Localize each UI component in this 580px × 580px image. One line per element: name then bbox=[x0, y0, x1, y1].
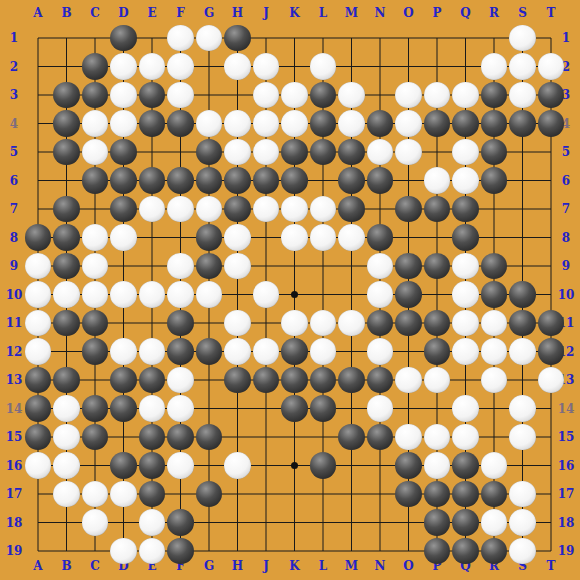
board-point-S2[interactable] bbox=[508, 52, 537, 81]
board-point-B13[interactable] bbox=[52, 366, 81, 395]
board-point-D9[interactable] bbox=[109, 252, 138, 281]
board-point-Q11[interactable] bbox=[451, 309, 480, 338]
board-point-Q2[interactable] bbox=[451, 52, 480, 81]
board-point-R19[interactable] bbox=[480, 537, 509, 566]
board-point-D1[interactable] bbox=[109, 24, 138, 53]
board-point-A2[interactable] bbox=[24, 52, 53, 81]
board-point-B6[interactable] bbox=[52, 166, 81, 195]
board-point-A9[interactable] bbox=[24, 252, 53, 281]
board-point-O8[interactable] bbox=[394, 223, 423, 252]
board-point-D8[interactable] bbox=[109, 223, 138, 252]
board-point-S1[interactable] bbox=[508, 24, 537, 53]
board-point-B18[interactable] bbox=[52, 508, 81, 537]
board-point-L6[interactable] bbox=[309, 166, 338, 195]
board-point-N2[interactable] bbox=[366, 52, 395, 81]
board-point-G14[interactable] bbox=[195, 394, 224, 423]
board-point-R4[interactable] bbox=[480, 109, 509, 138]
board-point-J15[interactable] bbox=[252, 423, 281, 452]
board-point-A13[interactable] bbox=[24, 366, 53, 395]
board-point-A4[interactable] bbox=[24, 109, 53, 138]
board-point-D4[interactable] bbox=[109, 109, 138, 138]
board-point-E17[interactable] bbox=[138, 480, 167, 509]
board-point-M2[interactable] bbox=[337, 52, 366, 81]
board-point-O1[interactable] bbox=[394, 24, 423, 53]
board-point-B15[interactable] bbox=[52, 423, 81, 452]
board-point-T12[interactable] bbox=[537, 337, 566, 366]
board-point-Q4[interactable] bbox=[451, 109, 480, 138]
board-point-D7[interactable] bbox=[109, 195, 138, 224]
board-point-C12[interactable] bbox=[81, 337, 110, 366]
board-point-G16[interactable] bbox=[195, 451, 224, 480]
board-point-C18[interactable] bbox=[81, 508, 110, 537]
board-point-H13[interactable] bbox=[223, 366, 252, 395]
board-point-O4[interactable] bbox=[394, 109, 423, 138]
board-point-H17[interactable] bbox=[223, 480, 252, 509]
board-point-Q1[interactable] bbox=[451, 24, 480, 53]
board-point-T19[interactable] bbox=[537, 537, 566, 566]
board-point-H2[interactable] bbox=[223, 52, 252, 81]
board-point-N1[interactable] bbox=[366, 24, 395, 53]
board-point-C2[interactable] bbox=[81, 52, 110, 81]
board-point-K19[interactable] bbox=[280, 537, 309, 566]
board-point-E5[interactable] bbox=[138, 138, 167, 167]
board-point-B14[interactable] bbox=[52, 394, 81, 423]
board-point-B17[interactable] bbox=[52, 480, 81, 509]
board-point-Q13[interactable] bbox=[451, 366, 480, 395]
board-point-A15[interactable] bbox=[24, 423, 53, 452]
board-point-C7[interactable] bbox=[81, 195, 110, 224]
board-point-R5[interactable] bbox=[480, 138, 509, 167]
board-point-Q19[interactable] bbox=[451, 537, 480, 566]
board-point-M6[interactable] bbox=[337, 166, 366, 195]
board-point-P15[interactable] bbox=[423, 423, 452, 452]
board-point-R2[interactable] bbox=[480, 52, 509, 81]
board-point-D5[interactable] bbox=[109, 138, 138, 167]
board-point-N6[interactable] bbox=[366, 166, 395, 195]
board-point-G17[interactable] bbox=[195, 480, 224, 509]
board-point-H14[interactable] bbox=[223, 394, 252, 423]
board-point-A10[interactable] bbox=[24, 280, 53, 309]
board-point-C3[interactable] bbox=[81, 81, 110, 110]
board-point-E3[interactable] bbox=[138, 81, 167, 110]
board-point-H16[interactable] bbox=[223, 451, 252, 480]
board-point-T7[interactable] bbox=[537, 195, 566, 224]
board-point-M17[interactable] bbox=[337, 480, 366, 509]
board-point-B3[interactable] bbox=[52, 81, 81, 110]
board-point-R9[interactable] bbox=[480, 252, 509, 281]
board-point-J8[interactable] bbox=[252, 223, 281, 252]
board-point-E6[interactable] bbox=[138, 166, 167, 195]
board-point-R11[interactable] bbox=[480, 309, 509, 338]
board-point-C15[interactable] bbox=[81, 423, 110, 452]
board-point-A8[interactable] bbox=[24, 223, 53, 252]
board-point-M15[interactable] bbox=[337, 423, 366, 452]
board-point-S16[interactable] bbox=[508, 451, 537, 480]
board-point-F11[interactable] bbox=[166, 309, 195, 338]
board-point-G18[interactable] bbox=[195, 508, 224, 537]
board-point-S15[interactable] bbox=[508, 423, 537, 452]
board-point-D13[interactable] bbox=[109, 366, 138, 395]
board-point-T9[interactable] bbox=[537, 252, 566, 281]
board-point-Q6[interactable] bbox=[451, 166, 480, 195]
board-point-E18[interactable] bbox=[138, 508, 167, 537]
board-point-E12[interactable] bbox=[138, 337, 167, 366]
board-point-M10[interactable] bbox=[337, 280, 366, 309]
board-point-H10[interactable] bbox=[223, 280, 252, 309]
board-point-O2[interactable] bbox=[394, 52, 423, 81]
board-point-A12[interactable] bbox=[24, 337, 53, 366]
board-point-R10[interactable] bbox=[480, 280, 509, 309]
board-point-K8[interactable] bbox=[280, 223, 309, 252]
board-point-L18[interactable] bbox=[309, 508, 338, 537]
board-point-K3[interactable] bbox=[280, 81, 309, 110]
board-point-O15[interactable] bbox=[394, 423, 423, 452]
board-point-F16[interactable] bbox=[166, 451, 195, 480]
board-point-R17[interactable] bbox=[480, 480, 509, 509]
board-point-C6[interactable] bbox=[81, 166, 110, 195]
board-point-C4[interactable] bbox=[81, 109, 110, 138]
board-point-B19[interactable] bbox=[52, 537, 81, 566]
board-point-E9[interactable] bbox=[138, 252, 167, 281]
board-point-P5[interactable] bbox=[423, 138, 452, 167]
board-point-F6[interactable] bbox=[166, 166, 195, 195]
board-point-S4[interactable] bbox=[508, 109, 537, 138]
board-point-L7[interactable] bbox=[309, 195, 338, 224]
board-point-N15[interactable] bbox=[366, 423, 395, 452]
board-point-G15[interactable] bbox=[195, 423, 224, 452]
board-point-Q14[interactable] bbox=[451, 394, 480, 423]
board-point-B16[interactable] bbox=[52, 451, 81, 480]
board-point-D16[interactable] bbox=[109, 451, 138, 480]
board-point-F1[interactable] bbox=[166, 24, 195, 53]
board-point-E8[interactable] bbox=[138, 223, 167, 252]
board-point-R15[interactable] bbox=[480, 423, 509, 452]
board-point-F18[interactable] bbox=[166, 508, 195, 537]
board-point-A1[interactable] bbox=[24, 24, 53, 53]
board-point-J9[interactable] bbox=[252, 252, 281, 281]
board-point-N9[interactable] bbox=[366, 252, 395, 281]
board-point-Q15[interactable] bbox=[451, 423, 480, 452]
board-point-A6[interactable] bbox=[24, 166, 53, 195]
board-point-J11[interactable] bbox=[252, 309, 281, 338]
board-point-S18[interactable] bbox=[508, 508, 537, 537]
board-point-T2[interactable] bbox=[537, 52, 566, 81]
board-point-L9[interactable] bbox=[309, 252, 338, 281]
board-point-P8[interactable] bbox=[423, 223, 452, 252]
board-point-G5[interactable] bbox=[195, 138, 224, 167]
board-point-L11[interactable] bbox=[309, 309, 338, 338]
board-point-P17[interactable] bbox=[423, 480, 452, 509]
board-point-G2[interactable] bbox=[195, 52, 224, 81]
board-point-C13[interactable] bbox=[81, 366, 110, 395]
board-point-T8[interactable] bbox=[537, 223, 566, 252]
board-point-P16[interactable] bbox=[423, 451, 452, 480]
board-point-Q16[interactable] bbox=[451, 451, 480, 480]
board-point-N13[interactable] bbox=[366, 366, 395, 395]
board-point-D19[interactable] bbox=[109, 537, 138, 566]
board-point-N17[interactable] bbox=[366, 480, 395, 509]
board-point-O3[interactable] bbox=[394, 81, 423, 110]
board-point-L8[interactable] bbox=[309, 223, 338, 252]
board-point-J13[interactable] bbox=[252, 366, 281, 395]
board-point-S13[interactable] bbox=[508, 366, 537, 395]
board-point-O9[interactable] bbox=[394, 252, 423, 281]
board-point-H9[interactable] bbox=[223, 252, 252, 281]
board-point-J6[interactable] bbox=[252, 166, 281, 195]
board-point-K10[interactable] bbox=[280, 280, 309, 309]
board-point-F8[interactable] bbox=[166, 223, 195, 252]
board-point-K17[interactable] bbox=[280, 480, 309, 509]
board-point-G3[interactable] bbox=[195, 81, 224, 110]
board-point-H12[interactable] bbox=[223, 337, 252, 366]
board-point-T15[interactable] bbox=[537, 423, 566, 452]
board-point-O13[interactable] bbox=[394, 366, 423, 395]
board-point-N12[interactable] bbox=[366, 337, 395, 366]
board-point-S9[interactable] bbox=[508, 252, 537, 281]
board-point-A7[interactable] bbox=[24, 195, 53, 224]
board-point-G4[interactable] bbox=[195, 109, 224, 138]
board-point-S11[interactable] bbox=[508, 309, 537, 338]
board-point-O18[interactable] bbox=[394, 508, 423, 537]
board-point-T10[interactable] bbox=[537, 280, 566, 309]
board-point-T11[interactable] bbox=[537, 309, 566, 338]
board-point-K1[interactable] bbox=[280, 24, 309, 53]
board-point-K13[interactable] bbox=[280, 366, 309, 395]
board-point-L15[interactable] bbox=[309, 423, 338, 452]
board-point-T16[interactable] bbox=[537, 451, 566, 480]
board-point-G7[interactable] bbox=[195, 195, 224, 224]
board-point-J19[interactable] bbox=[252, 537, 281, 566]
board-point-A11[interactable] bbox=[24, 309, 53, 338]
board-point-N3[interactable] bbox=[366, 81, 395, 110]
board-point-J7[interactable] bbox=[252, 195, 281, 224]
board-point-E10[interactable] bbox=[138, 280, 167, 309]
board-point-P13[interactable] bbox=[423, 366, 452, 395]
board-point-R16[interactable] bbox=[480, 451, 509, 480]
board-point-R7[interactable] bbox=[480, 195, 509, 224]
board-point-D14[interactable] bbox=[109, 394, 138, 423]
board-point-Q9[interactable] bbox=[451, 252, 480, 281]
board-point-R3[interactable] bbox=[480, 81, 509, 110]
board-point-J12[interactable] bbox=[252, 337, 281, 366]
board-point-K7[interactable] bbox=[280, 195, 309, 224]
board-point-C16[interactable] bbox=[81, 451, 110, 480]
board-point-N14[interactable] bbox=[366, 394, 395, 423]
board-point-F10[interactable] bbox=[166, 280, 195, 309]
board-point-P19[interactable] bbox=[423, 537, 452, 566]
board-point-N5[interactable] bbox=[366, 138, 395, 167]
board-point-K4[interactable] bbox=[280, 109, 309, 138]
board-point-B11[interactable] bbox=[52, 309, 81, 338]
board-point-L10[interactable] bbox=[309, 280, 338, 309]
board-point-N19[interactable] bbox=[366, 537, 395, 566]
board-point-O14[interactable] bbox=[394, 394, 423, 423]
board-point-C14[interactable] bbox=[81, 394, 110, 423]
board-point-E1[interactable] bbox=[138, 24, 167, 53]
board-point-P2[interactable] bbox=[423, 52, 452, 81]
board-point-P14[interactable] bbox=[423, 394, 452, 423]
board-point-B9[interactable] bbox=[52, 252, 81, 281]
board-point-J14[interactable] bbox=[252, 394, 281, 423]
board-point-N11[interactable] bbox=[366, 309, 395, 338]
board-point-P7[interactable] bbox=[423, 195, 452, 224]
board-point-M5[interactable] bbox=[337, 138, 366, 167]
board-point-P4[interactable] bbox=[423, 109, 452, 138]
board-point-F3[interactable] bbox=[166, 81, 195, 110]
board-point-D2[interactable] bbox=[109, 52, 138, 81]
board-point-M18[interactable] bbox=[337, 508, 366, 537]
board-point-A19[interactable] bbox=[24, 537, 53, 566]
board-point-H8[interactable] bbox=[223, 223, 252, 252]
board-point-G6[interactable] bbox=[195, 166, 224, 195]
board-point-Q3[interactable] bbox=[451, 81, 480, 110]
board-point-F19[interactable] bbox=[166, 537, 195, 566]
board-point-R1[interactable] bbox=[480, 24, 509, 53]
board-point-Q7[interactable] bbox=[451, 195, 480, 224]
board-point-O5[interactable] bbox=[394, 138, 423, 167]
board-point-E14[interactable] bbox=[138, 394, 167, 423]
board-point-H3[interactable] bbox=[223, 81, 252, 110]
board-point-P18[interactable] bbox=[423, 508, 452, 537]
board-point-Q17[interactable] bbox=[451, 480, 480, 509]
board-point-L1[interactable] bbox=[309, 24, 338, 53]
board-point-P9[interactable] bbox=[423, 252, 452, 281]
board-point-G12[interactable] bbox=[195, 337, 224, 366]
board-point-N10[interactable] bbox=[366, 280, 395, 309]
board-point-H5[interactable] bbox=[223, 138, 252, 167]
board-point-P12[interactable] bbox=[423, 337, 452, 366]
board-point-T18[interactable] bbox=[537, 508, 566, 537]
board-point-S17[interactable] bbox=[508, 480, 537, 509]
board-point-F17[interactable] bbox=[166, 480, 195, 509]
board-point-D10[interactable] bbox=[109, 280, 138, 309]
board-point-D6[interactable] bbox=[109, 166, 138, 195]
board-point-C5[interactable] bbox=[81, 138, 110, 167]
board-point-F13[interactable] bbox=[166, 366, 195, 395]
board-point-K18[interactable] bbox=[280, 508, 309, 537]
board-point-A5[interactable] bbox=[24, 138, 53, 167]
board-point-J4[interactable] bbox=[252, 109, 281, 138]
board-point-T5[interactable] bbox=[537, 138, 566, 167]
board-point-P6[interactable] bbox=[423, 166, 452, 195]
board-point-M4[interactable] bbox=[337, 109, 366, 138]
board-point-O10[interactable] bbox=[394, 280, 423, 309]
board-point-C17[interactable] bbox=[81, 480, 110, 509]
board-point-F7[interactable] bbox=[166, 195, 195, 224]
board-point-B10[interactable] bbox=[52, 280, 81, 309]
board-point-L3[interactable] bbox=[309, 81, 338, 110]
board-point-T3[interactable] bbox=[537, 81, 566, 110]
board-point-L19[interactable] bbox=[309, 537, 338, 566]
board-point-K11[interactable] bbox=[280, 309, 309, 338]
board-point-S8[interactable] bbox=[508, 223, 537, 252]
board-point-R12[interactable] bbox=[480, 337, 509, 366]
board-point-S12[interactable] bbox=[508, 337, 537, 366]
board-point-L12[interactable] bbox=[309, 337, 338, 366]
board-point-K14[interactable] bbox=[280, 394, 309, 423]
board-point-C8[interactable] bbox=[81, 223, 110, 252]
board-point-D12[interactable] bbox=[109, 337, 138, 366]
board-point-C10[interactable] bbox=[81, 280, 110, 309]
board-point-H1[interactable] bbox=[223, 24, 252, 53]
board-point-Q5[interactable] bbox=[451, 138, 480, 167]
board-point-N16[interactable] bbox=[366, 451, 395, 480]
board-point-H18[interactable] bbox=[223, 508, 252, 537]
board-point-L4[interactable] bbox=[309, 109, 338, 138]
board-point-S10[interactable] bbox=[508, 280, 537, 309]
board-point-Q8[interactable] bbox=[451, 223, 480, 252]
board-point-A18[interactable] bbox=[24, 508, 53, 537]
board-point-L16[interactable] bbox=[309, 451, 338, 480]
board-point-F12[interactable] bbox=[166, 337, 195, 366]
board-point-B5[interactable] bbox=[52, 138, 81, 167]
board-point-K6[interactable] bbox=[280, 166, 309, 195]
board-point-M9[interactable] bbox=[337, 252, 366, 281]
board-point-G11[interactable] bbox=[195, 309, 224, 338]
board-point-O12[interactable] bbox=[394, 337, 423, 366]
board-point-S6[interactable] bbox=[508, 166, 537, 195]
board-point-F2[interactable] bbox=[166, 52, 195, 81]
board-point-M16[interactable] bbox=[337, 451, 366, 480]
board-point-R8[interactable] bbox=[480, 223, 509, 252]
board-point-B12[interactable] bbox=[52, 337, 81, 366]
board-point-G1[interactable] bbox=[195, 24, 224, 53]
board-point-K5[interactable] bbox=[280, 138, 309, 167]
board-point-P1[interactable] bbox=[423, 24, 452, 53]
board-point-O11[interactable] bbox=[394, 309, 423, 338]
board-point-N8[interactable] bbox=[366, 223, 395, 252]
board-point-R14[interactable] bbox=[480, 394, 509, 423]
board-point-B4[interactable] bbox=[52, 109, 81, 138]
board-point-M11[interactable] bbox=[337, 309, 366, 338]
board-point-H15[interactable] bbox=[223, 423, 252, 452]
board-point-M7[interactable] bbox=[337, 195, 366, 224]
board-point-B7[interactable] bbox=[52, 195, 81, 224]
board-point-T14[interactable] bbox=[537, 394, 566, 423]
board-point-Q12[interactable] bbox=[451, 337, 480, 366]
board-point-H4[interactable] bbox=[223, 109, 252, 138]
board-point-S14[interactable] bbox=[508, 394, 537, 423]
board-point-J17[interactable] bbox=[252, 480, 281, 509]
board-point-O16[interactable] bbox=[394, 451, 423, 480]
board-point-S5[interactable] bbox=[508, 138, 537, 167]
board-point-M3[interactable] bbox=[337, 81, 366, 110]
board-point-O7[interactable] bbox=[394, 195, 423, 224]
board-point-T1[interactable] bbox=[537, 24, 566, 53]
board-point-E19[interactable] bbox=[138, 537, 167, 566]
board-point-C1[interactable] bbox=[81, 24, 110, 53]
board-point-E15[interactable] bbox=[138, 423, 167, 452]
board-point-M12[interactable] bbox=[337, 337, 366, 366]
board-point-J1[interactable] bbox=[252, 24, 281, 53]
board-point-E7[interactable] bbox=[138, 195, 167, 224]
board-point-S7[interactable] bbox=[508, 195, 537, 224]
board-point-L13[interactable] bbox=[309, 366, 338, 395]
board-point-D18[interactable] bbox=[109, 508, 138, 537]
board-point-E16[interactable] bbox=[138, 451, 167, 480]
board-point-S3[interactable] bbox=[508, 81, 537, 110]
board-point-O19[interactable] bbox=[394, 537, 423, 566]
board-point-D15[interactable] bbox=[109, 423, 138, 452]
board-point-G13[interactable] bbox=[195, 366, 224, 395]
board-point-L17[interactable] bbox=[309, 480, 338, 509]
board-point-Q10[interactable] bbox=[451, 280, 480, 309]
board-point-R6[interactable] bbox=[480, 166, 509, 195]
board-point-H7[interactable] bbox=[223, 195, 252, 224]
board-point-S19[interactable] bbox=[508, 537, 537, 566]
board-point-M13[interactable] bbox=[337, 366, 366, 395]
board-point-A16[interactable] bbox=[24, 451, 53, 480]
